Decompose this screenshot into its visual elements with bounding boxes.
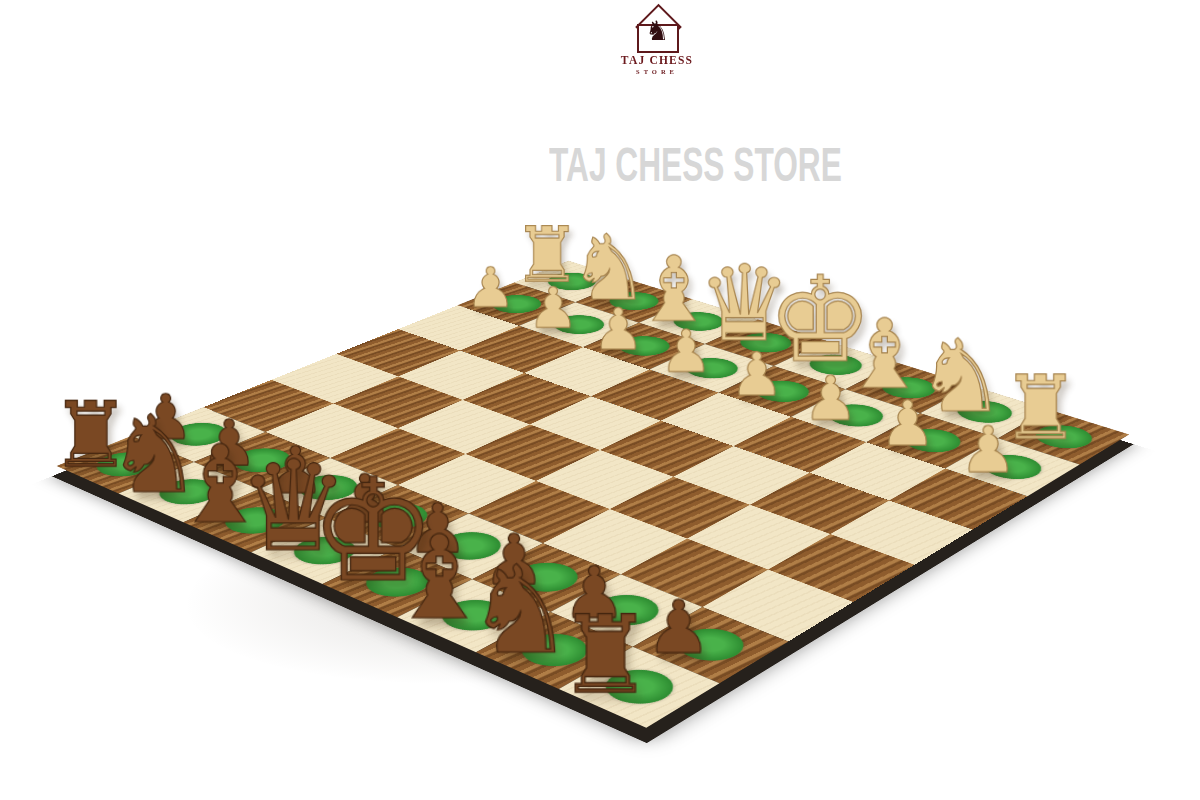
logo-subtitle: STORE bbox=[605, 67, 709, 77]
board-scene: ♜♞♝♛♚♝♞♜♟♟♟♟♟♟♟♟♟♟♟♟♟♟♟♟♜♞♝♛♚♝♞♜ bbox=[0, 0, 1200, 800]
knight-logo-icon: ♞ bbox=[645, 17, 669, 44]
taj-chess-logo: ♞ TAJ CHESS STORE bbox=[605, 4, 709, 77]
logo-title: TAJ CHESS bbox=[605, 54, 709, 67]
piece-black-rook[interactable]: ♜ bbox=[547, 605, 663, 707]
square-f4[interactable] bbox=[673, 446, 809, 505]
logo-mark: ♞ bbox=[605, 4, 709, 51]
piece-white-pawn[interactable]: ♟ bbox=[939, 420, 1036, 480]
board: ♜♞♝♛♚♝♞♜♟♟♟♟♟♟♟♟♟♟♟♟♟♟♟♟♜♞♝♛♚♝♞♜ bbox=[57, 261, 1129, 728]
